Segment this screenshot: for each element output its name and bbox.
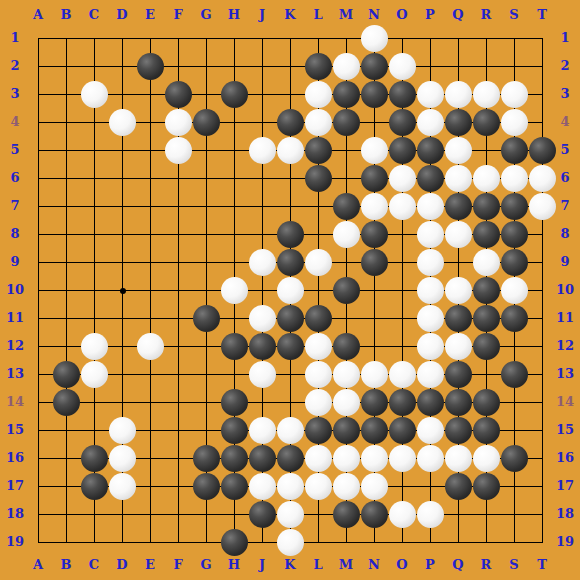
white-stone-C3 — [81, 81, 108, 108]
black-stone-P6 — [417, 165, 444, 192]
black-stone-H12 — [221, 333, 248, 360]
black-stone-Q15 — [445, 417, 472, 444]
black-stone-K4 — [277, 109, 304, 136]
black-stone-Q14 — [445, 389, 472, 416]
white-stone-Q6 — [445, 165, 472, 192]
black-stone-L11 — [305, 305, 332, 332]
white-stone-P12 — [417, 333, 444, 360]
right-coordinate-label: 10 — [552, 283, 578, 297]
white-stone-O7 — [389, 193, 416, 220]
white-stone-L3 — [305, 81, 332, 108]
white-stone-J15 — [249, 417, 276, 444]
black-stone-J18 — [249, 501, 276, 528]
top-coordinate-label: J — [252, 8, 272, 22]
black-stone-K16 — [277, 445, 304, 472]
black-stone-R12 — [473, 333, 500, 360]
left-coordinate-label: 1 — [2, 31, 28, 45]
white-stone-M17 — [333, 473, 360, 500]
white-stone-F4 — [165, 109, 192, 136]
white-stone-J11 — [249, 305, 276, 332]
bottom-coordinate-label: K — [280, 558, 300, 572]
top-coordinate-label: P — [420, 8, 440, 22]
bottom-coordinate-label: R — [476, 558, 496, 572]
bottom-coordinate-label: C — [84, 558, 104, 572]
white-stone-M13 — [333, 361, 360, 388]
bottom-coordinate-label: J — [252, 558, 272, 572]
white-stone-Q16 — [445, 445, 472, 472]
bottom-coordinate-label: P — [420, 558, 440, 572]
white-stone-D4 — [109, 109, 136, 136]
white-stone-P8 — [417, 221, 444, 248]
white-stone-N17 — [361, 473, 388, 500]
white-stone-R9 — [473, 249, 500, 276]
top-coordinate-label: T — [532, 8, 552, 22]
black-stone-N2 — [361, 53, 388, 80]
right-coordinate-label: 18 — [552, 507, 578, 521]
go-board[interactable]: AABBCCDDEEFFGGHHJJKKLLMMNNOOPPQQRRSSTT11… — [0, 0, 580, 580]
white-stone-M14 — [333, 389, 360, 416]
black-stone-O14 — [389, 389, 416, 416]
black-stone-R8 — [473, 221, 500, 248]
left-coordinate-label: 13 — [2, 367, 28, 381]
white-stone-S10 — [501, 277, 528, 304]
top-coordinate-label: Q — [448, 8, 468, 22]
black-stone-N14 — [361, 389, 388, 416]
white-stone-K17 — [277, 473, 304, 500]
left-coordinate-label: 9 — [2, 255, 28, 269]
bottom-coordinate-label: S — [504, 558, 524, 572]
right-coordinate-label: 12 — [552, 339, 578, 353]
black-stone-O5 — [389, 137, 416, 164]
black-stone-S11 — [501, 305, 528, 332]
black-stone-G4 — [193, 109, 220, 136]
left-coordinate-label: 17 — [2, 479, 28, 493]
black-stone-H17 — [221, 473, 248, 500]
black-stone-H3 — [221, 81, 248, 108]
white-stone-S3 — [501, 81, 528, 108]
black-stone-T5 — [529, 137, 556, 164]
black-stone-K8 — [277, 221, 304, 248]
white-stone-C13 — [81, 361, 108, 388]
black-stone-C17 — [81, 473, 108, 500]
right-coordinate-label: 17 — [552, 479, 578, 493]
right-coordinate-label: 14 — [552, 395, 578, 409]
white-stone-L12 — [305, 333, 332, 360]
right-coordinate-label: 16 — [552, 451, 578, 465]
black-stone-N15 — [361, 417, 388, 444]
top-coordinate-label: K — [280, 8, 300, 22]
star-point — [120, 288, 126, 294]
black-stone-F3 — [165, 81, 192, 108]
black-stone-C16 — [81, 445, 108, 472]
right-coordinate-label: 15 — [552, 423, 578, 437]
white-stone-O13 — [389, 361, 416, 388]
black-stone-N18 — [361, 501, 388, 528]
black-stone-S8 — [501, 221, 528, 248]
black-stone-M15 — [333, 417, 360, 444]
white-stone-K10 — [277, 277, 304, 304]
white-stone-O18 — [389, 501, 416, 528]
white-stone-P11 — [417, 305, 444, 332]
white-stone-O16 — [389, 445, 416, 472]
bottom-coordinate-label: N — [364, 558, 384, 572]
white-stone-S4 — [501, 109, 528, 136]
left-coordinate-label: 3 — [2, 87, 28, 101]
white-stone-C12 — [81, 333, 108, 360]
left-coordinate-label: 6 — [2, 171, 28, 185]
bottom-coordinate-label: M — [336, 558, 356, 572]
white-stone-J9 — [249, 249, 276, 276]
black-stone-O15 — [389, 417, 416, 444]
top-coordinate-label: D — [112, 8, 132, 22]
bottom-coordinate-label: H — [224, 558, 244, 572]
right-coordinate-label: 11 — [552, 311, 578, 325]
black-stone-K12 — [277, 333, 304, 360]
white-stone-T7 — [529, 193, 556, 220]
white-stone-J13 — [249, 361, 276, 388]
left-coordinate-label: 8 — [2, 227, 28, 241]
black-stone-R4 — [473, 109, 500, 136]
top-coordinate-label: G — [196, 8, 216, 22]
white-stone-K15 — [277, 417, 304, 444]
top-coordinate-label: B — [56, 8, 76, 22]
white-stone-O2 — [389, 53, 416, 80]
bottom-coordinate-label: D — [112, 558, 132, 572]
black-stone-K9 — [277, 249, 304, 276]
black-stone-M7 — [333, 193, 360, 220]
top-coordinate-label: M — [336, 8, 356, 22]
right-coordinate-label: 9 — [552, 255, 578, 269]
white-stone-H10 — [221, 277, 248, 304]
right-coordinate-label: 3 — [552, 87, 578, 101]
white-stone-M16 — [333, 445, 360, 472]
black-stone-S5 — [501, 137, 528, 164]
black-stone-S7 — [501, 193, 528, 220]
black-stone-O3 — [389, 81, 416, 108]
white-stone-P3 — [417, 81, 444, 108]
black-stone-R10 — [473, 277, 500, 304]
left-coordinate-label: 15 — [2, 423, 28, 437]
go-app: AABBCCDDEEFFGGHHJJKKLLMMNNOOPPQQRRSSTT11… — [0, 0, 580, 580]
white-stone-K5 — [277, 137, 304, 164]
left-coordinate-label: 10 — [2, 283, 28, 297]
bottom-coordinate-label: B — [56, 558, 76, 572]
right-coordinate-label: 2 — [552, 59, 578, 73]
bottom-coordinate-label: T — [532, 558, 552, 572]
top-coordinate-label: A — [28, 8, 48, 22]
white-stone-D17 — [109, 473, 136, 500]
black-stone-Q11 — [445, 305, 472, 332]
bottom-coordinate-label: Q — [448, 558, 468, 572]
top-coordinate-label: S — [504, 8, 524, 22]
white-stone-O6 — [389, 165, 416, 192]
black-stone-L15 — [305, 417, 332, 444]
left-coordinate-label: 7 — [2, 199, 28, 213]
black-stone-S13 — [501, 361, 528, 388]
left-coordinate-label: 11 — [2, 311, 28, 325]
right-coordinate-label: 19 — [552, 535, 578, 549]
white-stone-K18 — [277, 501, 304, 528]
black-stone-B14 — [53, 389, 80, 416]
black-stone-M12 — [333, 333, 360, 360]
white-stone-N13 — [361, 361, 388, 388]
top-coordinate-label: N — [364, 8, 384, 22]
white-stone-E12 — [137, 333, 164, 360]
white-stone-L14 — [305, 389, 332, 416]
white-stone-M8 — [333, 221, 360, 248]
black-stone-O4 — [389, 109, 416, 136]
bottom-coordinate-label: F — [168, 558, 188, 572]
white-stone-L4 — [305, 109, 332, 136]
right-coordinate-label: 1 — [552, 31, 578, 45]
left-coordinate-label: 12 — [2, 339, 28, 353]
black-stone-S9 — [501, 249, 528, 276]
white-stone-P16 — [417, 445, 444, 472]
top-coordinate-label: F — [168, 8, 188, 22]
black-stone-N6 — [361, 165, 388, 192]
white-stone-P9 — [417, 249, 444, 276]
bottom-coordinate-label: A — [28, 558, 48, 572]
white-stone-J17 — [249, 473, 276, 500]
black-stone-M10 — [333, 277, 360, 304]
black-stone-H15 — [221, 417, 248, 444]
black-stone-R17 — [473, 473, 500, 500]
left-coordinate-label: 14 — [2, 395, 28, 409]
white-stone-F5 — [165, 137, 192, 164]
left-coordinate-label: 16 — [2, 451, 28, 465]
white-stone-Q5 — [445, 137, 472, 164]
left-coordinate-label: 2 — [2, 59, 28, 73]
black-stone-N3 — [361, 81, 388, 108]
black-stone-R14 — [473, 389, 500, 416]
white-stone-Q8 — [445, 221, 472, 248]
bottom-coordinate-label: G — [196, 558, 216, 572]
black-stone-G11 — [193, 305, 220, 332]
black-stone-R11 — [473, 305, 500, 332]
white-stone-R3 — [473, 81, 500, 108]
white-stone-T6 — [529, 165, 556, 192]
white-stone-J5 — [249, 137, 276, 164]
black-stone-J16 — [249, 445, 276, 472]
black-stone-H14 — [221, 389, 248, 416]
white-stone-P10 — [417, 277, 444, 304]
white-stone-L9 — [305, 249, 332, 276]
white-stone-N16 — [361, 445, 388, 472]
white-stone-D15 — [109, 417, 136, 444]
white-stone-K19 — [277, 529, 304, 556]
black-stone-K11 — [277, 305, 304, 332]
left-coordinate-label: 18 — [2, 507, 28, 521]
black-stone-R15 — [473, 417, 500, 444]
left-coordinate-label: 4 — [2, 115, 28, 129]
black-stone-Q13 — [445, 361, 472, 388]
black-stone-H19 — [221, 529, 248, 556]
black-stone-R7 — [473, 193, 500, 220]
white-stone-L16 — [305, 445, 332, 472]
black-stone-G16 — [193, 445, 220, 472]
left-coordinate-label: 5 — [2, 143, 28, 157]
white-stone-S6 — [501, 165, 528, 192]
black-stone-L2 — [305, 53, 332, 80]
black-stone-N8 — [361, 221, 388, 248]
black-stone-M4 — [333, 109, 360, 136]
top-coordinate-label: E — [140, 8, 160, 22]
white-stone-Q3 — [445, 81, 472, 108]
top-coordinate-label: H — [224, 8, 244, 22]
black-stone-B13 — [53, 361, 80, 388]
black-stone-H16 — [221, 445, 248, 472]
black-stone-L5 — [305, 137, 332, 164]
white-stone-P13 — [417, 361, 444, 388]
white-stone-R16 — [473, 445, 500, 472]
white-stone-P15 — [417, 417, 444, 444]
white-stone-N7 — [361, 193, 388, 220]
top-coordinate-label: C — [84, 8, 104, 22]
white-stone-L17 — [305, 473, 332, 500]
top-coordinate-label: L — [308, 8, 328, 22]
white-stone-Q10 — [445, 277, 472, 304]
white-stone-L13 — [305, 361, 332, 388]
top-coordinate-label: O — [392, 8, 412, 22]
white-stone-P7 — [417, 193, 444, 220]
white-stone-Q12 — [445, 333, 472, 360]
bottom-coordinate-label: E — [140, 558, 160, 572]
right-coordinate-label: 4 — [552, 115, 578, 129]
white-stone-P18 — [417, 501, 444, 528]
black-stone-J12 — [249, 333, 276, 360]
white-stone-R6 — [473, 165, 500, 192]
right-coordinate-label: 8 — [552, 227, 578, 241]
white-stone-M2 — [333, 53, 360, 80]
black-stone-Q7 — [445, 193, 472, 220]
left-coordinate-label: 19 — [2, 535, 28, 549]
top-coordinate-label: R — [476, 8, 496, 22]
white-stone-P4 — [417, 109, 444, 136]
white-stone-N5 — [361, 137, 388, 164]
black-stone-G17 — [193, 473, 220, 500]
right-coordinate-label: 13 — [552, 367, 578, 381]
bottom-coordinate-label: O — [392, 558, 412, 572]
black-stone-L6 — [305, 165, 332, 192]
black-stone-Q17 — [445, 473, 472, 500]
white-stone-N1 — [361, 25, 388, 52]
black-stone-P14 — [417, 389, 444, 416]
black-stone-M18 — [333, 501, 360, 528]
black-stone-P5 — [417, 137, 444, 164]
black-stone-S16 — [501, 445, 528, 472]
black-stone-N9 — [361, 249, 388, 276]
white-stone-D16 — [109, 445, 136, 472]
black-stone-M3 — [333, 81, 360, 108]
bottom-coordinate-label: L — [308, 558, 328, 572]
black-stone-Q4 — [445, 109, 472, 136]
black-stone-E2 — [137, 53, 164, 80]
